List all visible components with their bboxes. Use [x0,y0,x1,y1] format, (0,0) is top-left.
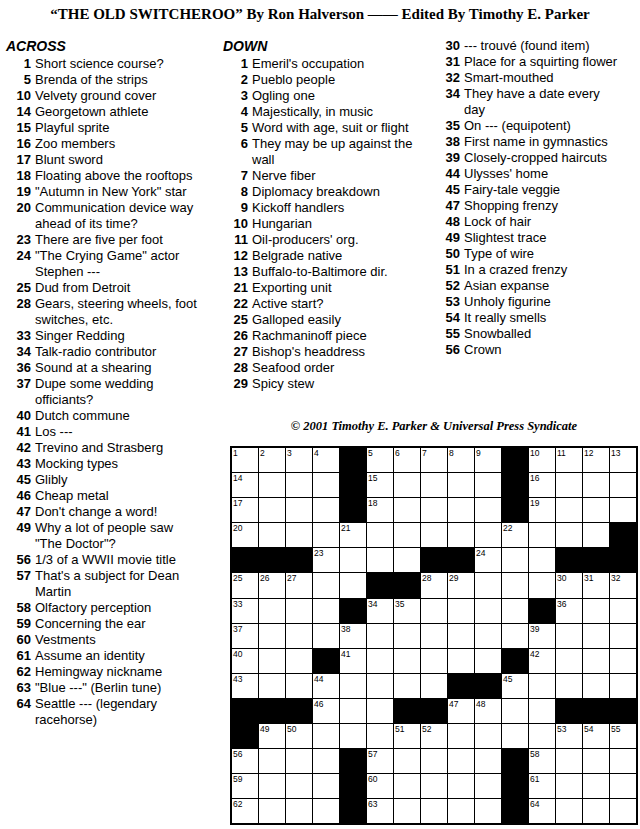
cell-r10c5[interactable] [340,674,366,698]
down-clue-52: 52Asian expanse [433,278,639,294]
clue-number: 35 [433,118,464,134]
cell-r4c9[interactable] [448,523,474,547]
cell-r14c2[interactable] [259,774,285,798]
cell-number-23: 23 [314,548,323,558]
cell-r6c2[interactable]: 26 [259,573,285,597]
clue-text: It really smells [464,310,546,326]
cell-r9c12[interactable]: 42 [529,649,555,673]
clue-number: 1 [4,56,35,72]
cell-r9c5[interactable]: 41 [340,649,366,673]
clue-number: 10 [4,88,35,104]
cell-r9c9[interactable] [448,649,474,673]
clue-number: 59 [4,616,35,632]
cell-r7c13[interactable]: 36 [556,599,582,623]
cell-r3c3[interactable] [286,498,312,522]
cell-r11c6[interactable] [367,699,393,723]
cell-r9c10[interactable] [475,649,501,673]
cell-r14c1[interactable]: 59 [232,774,258,798]
cell-r15c3[interactable] [286,799,312,823]
cell-r7c10[interactable] [475,599,501,623]
clue-number: 5 [221,120,252,136]
clue-number: 12 [221,248,252,264]
cell-r7c3[interactable] [286,599,312,623]
clue-number: 9 [221,200,252,216]
cell-r12c14[interactable]: 54 [583,724,609,748]
cell-r10c15[interactable] [610,674,636,698]
cell-number-7: 7 [422,448,427,458]
cell-r3c1[interactable]: 17 [232,498,258,522]
clue-number: 44 [433,166,464,182]
cell-r8c15[interactable] [610,624,636,648]
cell-r2c4[interactable] [313,473,339,497]
cell-r13c12[interactable]: 58 [529,749,555,773]
cell-r13c7[interactable] [394,749,420,773]
down-clue-54: 54It really smells [433,310,639,326]
cell-number-26: 26 [260,573,269,583]
cell-r3c14[interactable] [583,498,609,522]
cell-r2c6[interactable]: 15 [367,473,393,497]
black-cell-r10c9 [448,674,474,698]
cell-r4c6[interactable] [367,523,393,547]
across-clue-16: 16Zoo members [4,136,218,152]
cell-r13c4[interactable] [313,749,339,773]
cell-r12c15[interactable]: 55 [610,724,636,748]
down-clue-1: 1Emeril's occupation [221,56,431,72]
cell-r9c1[interactable]: 40 [232,649,258,673]
cell-r4c7[interactable] [394,523,420,547]
clue-text: Fairy-tale veggie [464,182,560,198]
black-cell-r11c3 [286,699,312,723]
cell-r11c5[interactable] [340,699,366,723]
clue-text: Hungarian [252,216,312,232]
cell-r10c14[interactable] [583,674,609,698]
cell-number-49: 49 [260,724,269,734]
cell-r4c5[interactable]: 21 [340,523,366,547]
clue-text: That's a subject for Dean Martin [35,568,198,600]
cell-r8c2[interactable] [259,624,285,648]
cell-r1c2[interactable]: 2 [259,448,285,472]
cell-r1c9[interactable]: 8 [448,448,474,472]
cell-r14c12[interactable]: 61 [529,774,555,798]
down-clue-25: 25Galloped easily [221,312,431,328]
cell-r10c2[interactable] [259,674,285,698]
cell-r6c15[interactable]: 32 [610,573,636,597]
down-clue-47: 47Shopping frenzy [433,198,639,214]
clue-number: 31 [433,54,464,70]
cell-r8c8[interactable] [421,624,447,648]
cell-r14c8[interactable] [421,774,447,798]
cell-r1c1[interactable]: 1 [232,448,258,472]
cell-r8c1[interactable]: 37 [232,624,258,648]
cell-r4c2[interactable] [259,523,285,547]
cell-r13c15[interactable] [610,749,636,773]
cell-r1c6[interactable]: 5 [367,448,393,472]
clue-number: 50 [433,246,464,262]
cell-r13c6[interactable]: 57 [367,749,393,773]
cell-r3c8[interactable] [421,498,447,522]
cell-r8c7[interactable] [394,624,420,648]
cell-r3c6[interactable]: 18 [367,498,393,522]
cell-r6c3[interactable]: 27 [286,573,312,597]
cell-r15c4[interactable] [313,799,339,823]
cell-r9c7[interactable] [394,649,420,673]
cell-r3c12[interactable]: 19 [529,498,555,522]
cell-r8c5[interactable]: 38 [340,624,366,648]
cell-r14c9[interactable] [448,774,474,798]
cell-r13c3[interactable] [286,749,312,773]
cell-r14c14[interactable] [583,774,609,798]
down-clue-26: 26Rachmaninoff piece [221,328,431,344]
cell-r3c2[interactable] [259,498,285,522]
cell-r1c10[interactable]: 9 [475,448,501,472]
cell-r8c11[interactable] [502,624,528,648]
across-clue-10: 10Velvety ground cover [4,88,218,104]
across-clue-28: 28Gears, steering wheels, foot switches,… [4,296,218,328]
across-clue-60: 60Vestments [4,632,218,648]
cell-number-27: 27 [287,573,296,583]
black-cell-r1c5 [340,448,366,472]
clue-number: 47 [4,504,35,520]
cell-r8c4[interactable] [313,624,339,648]
cell-r14c7[interactable] [394,774,420,798]
cell-r14c3[interactable] [286,774,312,798]
cell-r5c7[interactable] [394,548,420,572]
clue-number: 49 [433,230,464,246]
cell-number-1: 1 [233,448,238,458]
cell-r13c1[interactable]: 56 [232,749,258,773]
clue-text: Nerve fiber [252,168,316,184]
cell-r6c13[interactable]: 30 [556,573,582,597]
clue-text: 1/3 of a WWII movie title [35,552,176,568]
cell-r11c4[interactable]: 46 [313,699,339,723]
cell-r9c15[interactable] [610,649,636,673]
cell-r10c12[interactable] [529,674,555,698]
cell-r14c13[interactable] [556,774,582,798]
clue-text: Diplomacy breakdown [252,184,380,200]
cell-r14c15[interactable] [610,774,636,798]
cell-r2c13[interactable] [556,473,582,497]
cell-r7c7[interactable]: 35 [394,599,420,623]
down-clue-22: 22Active start? [221,296,431,312]
cell-r14c10[interactable] [475,774,501,798]
cell-r5c6[interactable] [367,548,393,572]
cell-r6c10[interactable] [475,573,501,597]
cell-r10c3[interactable] [286,674,312,698]
clue-number: 21 [221,280,252,296]
cell-r1c13[interactable]: 11 [556,448,582,472]
cell-r15c8[interactable] [421,799,447,823]
clue-number: 52 [433,278,464,294]
cell-r12c12[interactable] [529,724,555,748]
cell-r8c10[interactable] [475,624,501,648]
clue-text: Singer Redding [35,328,125,344]
cell-r2c3[interactable] [286,473,312,497]
across-clue-40: 40Dutch commune [4,408,218,424]
cell-r15c15[interactable] [610,799,636,823]
cell-r2c8[interactable] [421,473,447,497]
cell-r1c14[interactable]: 12 [583,448,609,472]
cell-r12c3[interactable]: 50 [286,724,312,748]
cell-r5c12[interactable] [529,548,555,572]
cell-r2c7[interactable] [394,473,420,497]
cell-r15c10[interactable] [475,799,501,823]
clue-number: 18 [4,168,35,184]
clue-text: Closely-cropped haircuts [464,150,607,166]
cell-r13c9[interactable] [448,749,474,773]
cell-r6c4[interactable] [313,573,339,597]
down-clue-2: 2Pueblo people [221,72,431,88]
clue-text: Majestically, in music [252,104,373,120]
clue-text: Snowballed [464,326,531,342]
cell-r7c8[interactable] [421,599,447,623]
cell-r10c4[interactable]: 44 [313,674,339,698]
cell-number-21: 21 [341,523,350,533]
clue-number: 45 [433,182,464,198]
across-clue-column: ACROSS 1Short science course?5Brenda of … [4,38,218,728]
black-cell-r10c10 [475,674,501,698]
cell-r13c8[interactable] [421,749,447,773]
cell-r6c5[interactable] [340,573,366,597]
cell-r15c9[interactable] [448,799,474,823]
cell-r7c9[interactable] [448,599,474,623]
down-clue-column: DOWN 1Emeril's occupation2Pueblo people3… [221,38,431,392]
clue-number: 16 [4,136,35,152]
cell-r11c12[interactable] [529,699,555,723]
cell-r1c12[interactable]: 10 [529,448,555,472]
cell-r7c2[interactable] [259,599,285,623]
cell-r11c9[interactable]: 47 [448,699,474,723]
cell-r1c3[interactable]: 3 [286,448,312,472]
cell-r7c6[interactable]: 34 [367,599,393,623]
cell-r3c10[interactable] [475,498,501,522]
cell-r13c13[interactable] [556,749,582,773]
cell-r15c6[interactable]: 63 [367,799,393,823]
cell-r5c5[interactable] [340,548,366,572]
clue-number: 2 [221,72,252,88]
cell-r9c2[interactable] [259,649,285,673]
cell-number-28: 28 [422,573,431,583]
cell-r15c2[interactable] [259,799,285,823]
cell-number-15: 15 [368,473,377,483]
across-clue-1: 1Short science course? [4,56,218,72]
cell-number-6: 6 [395,448,400,458]
cell-r15c12[interactable]: 64 [529,799,555,823]
cell-r1c7[interactable]: 6 [394,448,420,472]
cell-r12c4[interactable] [313,724,339,748]
cell-number-25: 25 [233,573,242,583]
down-clue-21: 21Exporting unit [221,280,431,296]
clue-number: 30 [433,38,464,54]
cell-number-9: 9 [476,448,481,458]
cell-r8c9[interactable] [448,624,474,648]
cell-r14c6[interactable]: 60 [367,774,393,798]
cell-r6c1[interactable]: 25 [232,573,258,597]
cell-r7c11[interactable] [502,599,528,623]
cell-r12c13[interactable]: 53 [556,724,582,748]
black-cell-r7c5 [340,599,366,623]
cell-r1c15[interactable]: 13 [610,448,636,472]
across-clue-24: 24"The Crying Game" actor Stephen --- [4,248,218,280]
cell-r9c3[interactable] [286,649,312,673]
cell-r6c8[interactable]: 28 [421,573,447,597]
cell-r2c12[interactable]: 16 [529,473,555,497]
cell-r12c5[interactable] [340,724,366,748]
cell-r4c12[interactable] [529,523,555,547]
cell-r12c7[interactable]: 51 [394,724,420,748]
clue-text: Glibly [35,472,68,488]
clue-number: 46 [4,488,35,504]
cell-r3c4[interactable] [313,498,339,522]
cell-r11c10[interactable]: 48 [475,699,501,723]
cell-r7c4[interactable] [313,599,339,623]
cell-r6c9[interactable]: 29 [448,573,474,597]
clue-number: 25 [4,280,35,296]
cell-number-61: 61 [530,774,539,784]
cell-r13c14[interactable] [583,749,609,773]
clue-number: 64 [4,696,35,728]
cell-r8c3[interactable] [286,624,312,648]
clue-number: 14 [4,104,35,120]
down-clue-27: 27Bishop's headdress [221,344,431,360]
clue-number: 4 [221,104,252,120]
black-cell-r3c11 [502,498,528,522]
cell-r2c14[interactable] [583,473,609,497]
cell-r7c15[interactable] [610,599,636,623]
cell-r2c15[interactable] [610,473,636,497]
cell-r3c9[interactable] [448,498,474,522]
cell-r3c7[interactable] [394,498,420,522]
clue-text: They have a date every day [464,86,620,118]
cell-r4c14[interactable] [583,523,609,547]
cell-r2c10[interactable] [475,473,501,497]
cell-r4c13[interactable] [556,523,582,547]
black-cell-r11c8 [421,699,447,723]
cell-r6c11[interactable] [502,573,528,597]
cell-r5c4[interactable]: 23 [313,548,339,572]
clue-number: 45 [4,472,35,488]
cell-r10c6[interactable] [367,674,393,698]
cell-r12c6[interactable] [367,724,393,748]
cell-r15c13[interactable] [556,799,582,823]
cell-r13c10[interactable] [475,749,501,773]
cell-r7c1[interactable]: 33 [232,599,258,623]
down-clue-5: 5Word with age, suit or flight [221,120,431,136]
clue-number: 22 [221,296,252,312]
cell-r4c11[interactable]: 22 [502,523,528,547]
clue-text: Rachmaninoff piece [252,328,367,344]
clue-number: 33 [4,328,35,344]
cell-r13c2[interactable] [259,749,285,773]
cell-r9c6[interactable] [367,649,393,673]
cell-r9c8[interactable] [421,649,447,673]
cell-r9c14[interactable] [583,649,609,673]
cell-r3c13[interactable] [556,498,582,522]
cell-r15c7[interactable] [394,799,420,823]
cell-number-32: 32 [611,573,620,583]
across-clue-18: 18Floating above the rooftops [4,168,218,184]
cell-r2c2[interactable] [259,473,285,497]
black-cell-r11c13 [556,699,582,723]
cell-r5c11[interactable] [502,548,528,572]
cell-r12c8[interactable]: 52 [421,724,447,748]
cell-r14c4[interactable] [313,774,339,798]
cell-r6c14[interactable]: 31 [583,573,609,597]
cell-r12c2[interactable]: 49 [259,724,285,748]
cell-number-42: 42 [530,649,539,659]
puzzle-title: “THE OLD SWITCHEROO” By Ron Halverson ——… [0,6,640,23]
cell-number-46: 46 [314,699,323,709]
down-clue-28: 28Seafood order [221,360,431,376]
cell-r10c13[interactable] [556,674,582,698]
clue-number: 3 [221,88,252,104]
clue-text: Kickoff handlers [252,200,344,216]
cell-r1c8[interactable]: 7 [421,448,447,472]
clue-number: 29 [221,376,252,392]
clue-text: Ulysses' home [464,166,548,182]
clue-text: "The Crying Game" actor Stephen --- [35,248,198,280]
cell-r4c4[interactable] [313,523,339,547]
black-cell-r5c14 [583,548,609,572]
cell-r8c6[interactable] [367,624,393,648]
cell-r12c11[interactable] [502,724,528,748]
clue-text: Unholy figurine [464,294,551,310]
cell-r12c9[interactable] [448,724,474,748]
clue-number: 38 [433,134,464,150]
clue-number: 6 [221,136,252,168]
down-clue-7: 7Nerve fiber [221,168,431,184]
cell-number-10: 10 [530,448,539,458]
black-cell-r14c11 [502,774,528,798]
cell-r4c8[interactable] [421,523,447,547]
cell-r2c9[interactable] [448,473,474,497]
clue-text: They may be up against the wall [252,136,415,168]
cell-r10c7[interactable] [394,674,420,698]
cell-r8c14[interactable] [583,624,609,648]
cell-r4c3[interactable] [286,523,312,547]
across-clue-17: 17Blunt sword [4,152,218,168]
cell-r5c10[interactable]: 24 [475,548,501,572]
cell-r8c13[interactable] [556,624,582,648]
cell-number-3: 3 [287,448,292,458]
cell-number-37: 37 [233,624,242,634]
clue-number: 28 [4,296,35,328]
cell-r10c8[interactable] [421,674,447,698]
cell-r2c1[interactable]: 14 [232,473,258,497]
cell-r15c14[interactable] [583,799,609,823]
cell-r10c1[interactable]: 43 [232,674,258,698]
down-clue-39: 39Closely-cropped haircuts [433,150,639,166]
across-clue-59: 59Concerning the ear [4,616,218,632]
cell-r8c12[interactable]: 39 [529,624,555,648]
cell-r4c10[interactable] [475,523,501,547]
down-clue-12: 12Belgrade native [221,248,431,264]
crossword-grid: 1234567891011121314151617181920212223242… [230,446,638,825]
cell-r15c1[interactable]: 62 [232,799,258,823]
cell-r12c10[interactable] [475,724,501,748]
clue-text: Zoo members [35,136,115,152]
across-clue-33: 33Singer Redding [4,328,218,344]
cell-r11c11[interactable] [502,699,528,723]
clue-number: 11 [221,232,252,248]
cell-r10c11[interactable]: 45 [502,674,528,698]
cell-r3c15[interactable] [610,498,636,522]
down-clue-51: 51In a crazed frenzy [433,262,639,278]
cell-r9c13[interactable] [556,649,582,673]
cell-r7c14[interactable] [583,599,609,623]
cell-r1c4[interactable]: 4 [313,448,339,472]
cell-r6c12[interactable] [529,573,555,597]
cell-r4c1[interactable]: 20 [232,523,258,547]
